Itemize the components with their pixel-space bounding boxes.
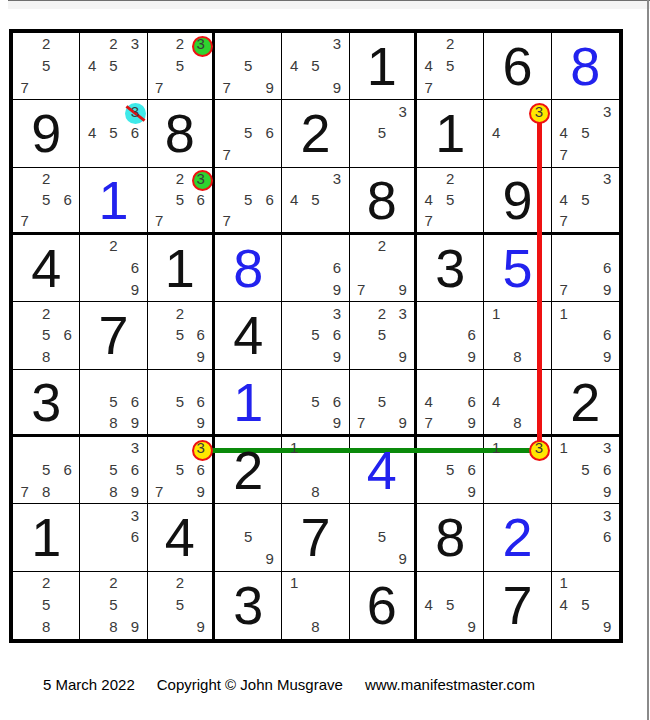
candidate-2: 2 bbox=[103, 572, 124, 594]
candidate-5: 5 bbox=[237, 122, 258, 144]
candidate-9: 9 bbox=[326, 77, 347, 99]
candidate-6: 6 bbox=[190, 189, 211, 210]
candidate-6: 6 bbox=[57, 459, 78, 481]
given-digit: 6 bbox=[350, 572, 414, 639]
candidate-1: 1 bbox=[553, 302, 575, 324]
cell-r1c2[interactable]: 2345 bbox=[80, 33, 147, 100]
candidate-5: 5 bbox=[237, 526, 258, 548]
candidate-6: 6 bbox=[596, 257, 618, 279]
given-digit: 8 bbox=[417, 504, 483, 570]
cell-r5c4[interactable]: 4 bbox=[215, 302, 282, 369]
candidate-9: 9 bbox=[461, 481, 482, 503]
candidate-3: 3 bbox=[528, 437, 549, 459]
cell-r7c4[interactable]: 2 bbox=[215, 437, 282, 504]
candidate-6: 6 bbox=[124, 391, 145, 412]
candidate-6: 6 bbox=[461, 324, 482, 346]
candidate-7: 7 bbox=[149, 210, 170, 231]
candidate-3: 3 bbox=[596, 168, 618, 189]
cell-r7c7[interactable]: 569 bbox=[417, 437, 484, 504]
candidate-5: 5 bbox=[439, 459, 460, 481]
cell-r6c3[interactable]: 569 bbox=[148, 370, 215, 437]
candidate-7: 7 bbox=[351, 279, 372, 301]
candidate-5: 5 bbox=[103, 391, 124, 412]
candidate-5: 5 bbox=[169, 391, 190, 412]
cell-r3c2[interactable]: 1 bbox=[80, 168, 147, 235]
candidate-grid: 35 bbox=[351, 100, 413, 165]
given-digit: 3 bbox=[417, 235, 483, 301]
candidate-1: 1 bbox=[485, 302, 506, 324]
candidate-7: 7 bbox=[553, 210, 575, 231]
candidate-grid: 3569 bbox=[283, 302, 347, 367]
candidate-7: 7 bbox=[216, 77, 237, 99]
candidate-grid: 2589 bbox=[81, 572, 145, 638]
candidate-3: 3 bbox=[124, 504, 145, 526]
candidate-4: 4 bbox=[553, 594, 575, 616]
candidate-8: 8 bbox=[103, 481, 124, 503]
candidate-5: 5 bbox=[574, 594, 596, 616]
candidate-7: 7 bbox=[149, 481, 170, 503]
candidate-7: 7 bbox=[553, 144, 575, 166]
candidate-grid: 2359 bbox=[351, 302, 413, 367]
candidate-grid: 2457 bbox=[418, 33, 482, 98]
candidate-2: 2 bbox=[169, 572, 190, 594]
candidate-5: 5 bbox=[103, 594, 124, 616]
cell-r9c3[interactable]: 259 bbox=[148, 572, 215, 639]
candidate-7: 7 bbox=[351, 412, 372, 433]
candidate-6: 6 bbox=[259, 122, 280, 144]
given-digit: 3 bbox=[215, 572, 281, 639]
candidate-3: 3 bbox=[596, 437, 618, 459]
cell-r7c8[interactable]: 13 bbox=[484, 437, 551, 504]
candidate-grid: 18 bbox=[485, 302, 549, 367]
cell-r1c6[interactable]: 1 bbox=[350, 33, 417, 100]
solved-digit: 8 bbox=[552, 33, 619, 99]
candidate-9: 9 bbox=[596, 279, 618, 301]
candidate-5: 5 bbox=[103, 459, 124, 481]
candidate-7: 7 bbox=[418, 77, 439, 99]
candidate-8: 8 bbox=[507, 412, 528, 433]
candidate-grid: 279 bbox=[351, 235, 413, 300]
candidate-grid: 2567 bbox=[14, 168, 78, 231]
candidate-8: 8 bbox=[103, 616, 124, 638]
candidate-grid: 258 bbox=[14, 572, 78, 638]
candidate-5: 5 bbox=[305, 189, 326, 210]
candidate-grid: 269 bbox=[81, 235, 145, 300]
candidate-1: 1 bbox=[553, 572, 575, 594]
candidate-9: 9 bbox=[392, 346, 413, 368]
footer-copyright: Copyright © John Musgrave bbox=[157, 676, 343, 693]
candidate-9: 9 bbox=[190, 481, 211, 503]
candidate-8: 8 bbox=[35, 346, 56, 368]
candidate-grid: 69 bbox=[283, 235, 347, 300]
candidate-5: 5 bbox=[103, 55, 124, 77]
candidate-6: 6 bbox=[326, 391, 347, 412]
cell-r2c1[interactable]: 9 bbox=[13, 100, 80, 167]
candidate-2: 2 bbox=[35, 572, 56, 594]
cell-r6c8[interactable]: 48 bbox=[484, 370, 551, 437]
given-digit: 4 bbox=[148, 504, 212, 570]
cell-r1c9[interactable]: 8 bbox=[552, 33, 619, 100]
candidate-7: 7 bbox=[14, 77, 35, 99]
candidate-grid: 34 bbox=[485, 100, 549, 165]
footer: 5 March 2022 Copyright © John Musgrave w… bbox=[43, 676, 535, 693]
cell-r4c6[interactable]: 279 bbox=[350, 235, 417, 302]
candidate-5: 5 bbox=[371, 526, 392, 548]
candidate-6: 6 bbox=[57, 324, 78, 346]
candidate-grid: 259 bbox=[149, 572, 211, 638]
cell-r3c3[interactable]: 23567 bbox=[148, 168, 215, 235]
candidate-3: 3 bbox=[528, 100, 549, 122]
candidate-2: 2 bbox=[35, 168, 56, 189]
cell-r6c9[interactable]: 2 bbox=[552, 370, 619, 437]
cell-r2c2[interactable]: 3456 bbox=[80, 100, 147, 167]
candidate-4: 4 bbox=[418, 594, 439, 616]
candidate-3: 3 bbox=[326, 168, 347, 189]
cell-r7c5[interactable]: 18 bbox=[282, 437, 349, 504]
cell-r1c7[interactable]: 2457 bbox=[417, 33, 484, 100]
candidate-grid: 36 bbox=[81, 504, 145, 569]
candidate-grid: 345 bbox=[283, 168, 347, 231]
given-digit: 7 bbox=[80, 302, 146, 368]
page-top-strip bbox=[8, 0, 650, 9]
given-digit: 2 bbox=[552, 370, 619, 434]
given-digit: 6 bbox=[484, 33, 550, 99]
candidate-6: 6 bbox=[461, 459, 482, 481]
cell-r4c5[interactable]: 69 bbox=[282, 235, 349, 302]
given-digit: 4 bbox=[215, 302, 281, 368]
candidate-1: 1 bbox=[283, 437, 304, 459]
solved-digit: 8 bbox=[215, 235, 281, 301]
given-digit: 2 bbox=[282, 100, 348, 166]
candidate-2: 2 bbox=[371, 235, 392, 257]
cell-r9c4[interactable]: 3 bbox=[215, 572, 282, 639]
candidate-4: 4 bbox=[81, 55, 102, 77]
cell-r4c9[interactable]: 679 bbox=[552, 235, 619, 302]
candidate-grid: 23567 bbox=[149, 168, 211, 231]
candidate-4: 4 bbox=[553, 189, 575, 210]
candidate-5: 5 bbox=[169, 55, 190, 77]
given-digit: 8 bbox=[148, 100, 212, 166]
cell-r5c7[interactable]: 69 bbox=[417, 302, 484, 369]
candidate-grid: 2457 bbox=[418, 168, 482, 231]
candidate-grid: 579 bbox=[216, 33, 280, 98]
cell-r2c4[interactable]: 567 bbox=[215, 100, 282, 167]
candidate-3: 3 bbox=[392, 100, 413, 122]
candidate-9: 9 bbox=[124, 481, 145, 503]
footer-date: 5 March 2022 bbox=[43, 676, 135, 693]
candidate-grid: 567 bbox=[216, 100, 280, 165]
cell-r8c1[interactable]: 1 bbox=[13, 504, 80, 571]
solved-digit: 1 bbox=[80, 168, 146, 232]
candidate-2: 2 bbox=[439, 168, 460, 189]
given-digit: 9 bbox=[484, 168, 550, 232]
candidate-5: 5 bbox=[35, 189, 56, 210]
candidate-grid: 3457 bbox=[553, 168, 618, 231]
candidate-8: 8 bbox=[103, 412, 124, 433]
candidate-1: 1 bbox=[485, 437, 506, 459]
candidate-3: 3 bbox=[190, 437, 211, 459]
cell-r5c9[interactable]: 169 bbox=[552, 302, 619, 369]
cell-r8c6[interactable]: 59 bbox=[350, 504, 417, 571]
candidate-9: 9 bbox=[596, 616, 618, 638]
cell-r1c3[interactable]: 2357 bbox=[148, 33, 215, 100]
candidate-3: 3 bbox=[124, 100, 145, 122]
candidate-6: 6 bbox=[57, 189, 78, 210]
cell-r2c5[interactable]: 2 bbox=[282, 100, 349, 167]
candidate-5: 5 bbox=[371, 122, 392, 144]
candidate-3: 3 bbox=[190, 168, 211, 189]
candidate-9: 9 bbox=[596, 346, 618, 368]
candidate-4: 4 bbox=[418, 391, 439, 412]
candidate-9: 9 bbox=[190, 412, 211, 433]
candidate-grid: 3456 bbox=[81, 100, 145, 165]
cell-r6c1[interactable]: 3 bbox=[13, 370, 80, 437]
candidate-grid: 69 bbox=[418, 302, 482, 367]
cell-r6c5[interactable]: 569 bbox=[282, 370, 349, 437]
candidate-2: 2 bbox=[169, 168, 190, 189]
cell-r5c8[interactable]: 18 bbox=[484, 302, 551, 369]
candidate-grid: 169 bbox=[553, 302, 618, 367]
cell-r3c9[interactable]: 3457 bbox=[552, 168, 619, 235]
candidate-6: 6 bbox=[124, 257, 145, 279]
cell-r7c1[interactable]: 5678 bbox=[13, 437, 80, 504]
candidate-6: 6 bbox=[596, 324, 618, 346]
candidate-5: 5 bbox=[305, 391, 326, 412]
cell-r6c7[interactable]: 4679 bbox=[417, 370, 484, 437]
cell-r2c6[interactable]: 35 bbox=[350, 100, 417, 167]
cell-r4c2[interactable]: 269 bbox=[80, 235, 147, 302]
candidate-5: 5 bbox=[371, 391, 392, 412]
candidate-6: 6 bbox=[259, 189, 280, 210]
candidate-9: 9 bbox=[326, 279, 347, 301]
given-digit: 7 bbox=[484, 572, 550, 639]
candidate-5: 5 bbox=[574, 459, 596, 481]
cell-r1c5[interactable]: 3459 bbox=[282, 33, 349, 100]
candidate-grid: 13 bbox=[485, 437, 549, 502]
cell-r9c9[interactable]: 1459 bbox=[552, 572, 619, 639]
cell-r4c3[interactable]: 1 bbox=[148, 235, 215, 302]
candidate-grid: 36 bbox=[553, 504, 618, 569]
cell-r7c6[interactable]: 4 bbox=[350, 437, 417, 504]
candidate-grid: 4679 bbox=[418, 370, 482, 433]
candidate-2: 2 bbox=[169, 302, 190, 324]
candidate-grid: 2568 bbox=[14, 302, 78, 367]
candidate-9: 9 bbox=[259, 77, 280, 99]
candidate-2: 2 bbox=[439, 33, 460, 55]
cell-r9c2[interactable]: 2589 bbox=[80, 572, 147, 639]
candidate-9: 9 bbox=[461, 616, 482, 638]
candidate-2: 2 bbox=[169, 33, 190, 55]
candidate-3: 3 bbox=[124, 33, 145, 55]
given-digit: 3 bbox=[13, 370, 79, 434]
cell-r2c9[interactable]: 3457 bbox=[552, 100, 619, 167]
cell-r5c1[interactable]: 2568 bbox=[13, 302, 80, 369]
cell-r7c3[interactable]: 35679 bbox=[148, 437, 215, 504]
cell-r8c9[interactable]: 36 bbox=[552, 504, 619, 571]
cell-r8c5[interactable]: 7 bbox=[282, 504, 349, 571]
candidate-grid: 2569 bbox=[149, 302, 211, 367]
candidate-4: 4 bbox=[485, 391, 506, 412]
given-digit: 1 bbox=[417, 100, 483, 166]
candidate-1: 1 bbox=[283, 572, 304, 594]
candidate-grid: 59 bbox=[216, 504, 280, 569]
candidate-5: 5 bbox=[305, 324, 326, 346]
candidate-5: 5 bbox=[103, 122, 124, 144]
candidate-7: 7 bbox=[14, 481, 35, 503]
cell-r6c4[interactable]: 1 bbox=[215, 370, 282, 437]
candidate-grid: 569 bbox=[418, 437, 482, 502]
candidate-grid: 1459 bbox=[553, 572, 618, 638]
cell-r1c8[interactable]: 6 bbox=[484, 33, 551, 100]
candidate-grid: 3457 bbox=[553, 100, 618, 165]
cell-r3c1[interactable]: 2567 bbox=[13, 168, 80, 235]
footer-website[interactable]: www.manifestmaster.com bbox=[365, 676, 535, 693]
solved-digit: 2 bbox=[484, 504, 550, 570]
candidate-5: 5 bbox=[169, 189, 190, 210]
candidate-grid: 18 bbox=[283, 572, 347, 638]
candidate-9: 9 bbox=[392, 279, 413, 301]
candidate-9: 9 bbox=[190, 346, 211, 368]
candidate-6: 6 bbox=[596, 459, 618, 481]
cell-r8c2[interactable]: 36 bbox=[80, 504, 147, 571]
given-digit: 8 bbox=[350, 168, 414, 232]
candidate-8: 8 bbox=[305, 481, 326, 503]
cell-r8c4[interactable]: 59 bbox=[215, 504, 282, 571]
candidate-8: 8 bbox=[305, 616, 326, 638]
candidate-grid: 35689 bbox=[81, 437, 145, 502]
cell-r9c7[interactable]: 459 bbox=[417, 572, 484, 639]
cell-r6c2[interactable]: 5689 bbox=[80, 370, 147, 437]
given-digit: 2 bbox=[215, 437, 281, 503]
cell-r1c1[interactable]: 257 bbox=[13, 33, 80, 100]
solved-digit: 5 bbox=[484, 235, 550, 301]
candidate-5: 5 bbox=[35, 324, 56, 346]
cell-r2c7[interactable]: 1 bbox=[417, 100, 484, 167]
candidate-9: 9 bbox=[124, 412, 145, 433]
candidate-7: 7 bbox=[216, 144, 237, 166]
candidate-6: 6 bbox=[190, 324, 211, 346]
candidate-grid: 569 bbox=[149, 370, 211, 433]
cell-r3c5[interactable]: 345 bbox=[282, 168, 349, 235]
candidate-6: 6 bbox=[596, 526, 618, 548]
candidate-grid: 5678 bbox=[14, 437, 78, 502]
candidate-9: 9 bbox=[326, 412, 347, 433]
cell-r9c5[interactable]: 18 bbox=[282, 572, 349, 639]
candidate-grid: 257 bbox=[14, 33, 78, 98]
candidate-grid: 59 bbox=[351, 504, 413, 569]
candidate-3: 3 bbox=[190, 33, 211, 55]
solved-digit: 4 bbox=[350, 437, 414, 503]
candidate-4: 4 bbox=[418, 55, 439, 77]
candidate-8: 8 bbox=[35, 481, 56, 503]
cell-r2c8[interactable]: 34 bbox=[484, 100, 551, 167]
candidate-9: 9 bbox=[596, 481, 618, 503]
candidate-grid: 13569 bbox=[553, 437, 618, 502]
cell-r2c3[interactable]: 8 bbox=[148, 100, 215, 167]
cell-r9c1[interactable]: 258 bbox=[13, 572, 80, 639]
candidate-7: 7 bbox=[418, 210, 439, 231]
candidate-5: 5 bbox=[237, 55, 258, 77]
cell-r3c7[interactable]: 2457 bbox=[417, 168, 484, 235]
candidate-5: 5 bbox=[439, 55, 460, 77]
candidate-8: 8 bbox=[35, 616, 56, 638]
cell-r4c1[interactable]: 4 bbox=[13, 235, 80, 302]
candidate-6: 6 bbox=[190, 391, 211, 412]
cell-r5c2[interactable]: 7 bbox=[80, 302, 147, 369]
candidate-9: 9 bbox=[392, 548, 413, 570]
given-digit: 1 bbox=[148, 235, 212, 301]
candidate-6: 6 bbox=[326, 324, 347, 346]
cell-r9c6[interactable]: 6 bbox=[350, 572, 417, 639]
candidate-grid: 2345 bbox=[81, 33, 145, 98]
candidate-7: 7 bbox=[418, 412, 439, 433]
candidate-2: 2 bbox=[371, 302, 392, 324]
cell-r4c4[interactable]: 8 bbox=[215, 235, 282, 302]
cell-r8c3[interactable]: 4 bbox=[148, 504, 215, 571]
candidate-5: 5 bbox=[574, 122, 596, 144]
cell-r8c7[interactable]: 8 bbox=[417, 504, 484, 571]
cell-r1c4[interactable]: 579 bbox=[215, 33, 282, 100]
candidate-9: 9 bbox=[461, 346, 482, 368]
candidate-4: 4 bbox=[283, 55, 304, 77]
candidate-grid: 2357 bbox=[149, 33, 211, 98]
candidate-9: 9 bbox=[392, 412, 413, 433]
candidate-5: 5 bbox=[169, 324, 190, 346]
candidate-6: 6 bbox=[124, 122, 145, 144]
candidate-9: 9 bbox=[259, 548, 280, 570]
cell-r4c7[interactable]: 3 bbox=[417, 235, 484, 302]
candidate-6: 6 bbox=[326, 257, 347, 279]
candidate-2: 2 bbox=[35, 302, 56, 324]
candidate-7: 7 bbox=[216, 210, 237, 231]
candidate-5: 5 bbox=[439, 594, 460, 616]
candidate-5: 5 bbox=[35, 55, 56, 77]
cell-r8c8[interactable]: 2 bbox=[484, 504, 551, 571]
candidate-4: 4 bbox=[553, 122, 575, 144]
cell-r3c6[interactable]: 8 bbox=[350, 168, 417, 235]
candidate-7: 7 bbox=[149, 77, 170, 99]
cell-r5c5[interactable]: 3569 bbox=[282, 302, 349, 369]
candidate-grid: 18 bbox=[283, 437, 347, 502]
cell-r4c8[interactable]: 5 bbox=[484, 235, 551, 302]
candidate-3: 3 bbox=[124, 437, 145, 459]
candidate-grid: 459 bbox=[418, 572, 482, 638]
solved-digit: 1 bbox=[215, 370, 281, 434]
candidate-6: 6 bbox=[124, 526, 145, 548]
candidate-5: 5 bbox=[574, 189, 596, 210]
candidate-2: 2 bbox=[35, 33, 56, 55]
candidate-3: 3 bbox=[596, 504, 618, 526]
candidate-grid: 35679 bbox=[149, 437, 211, 502]
cell-r9c8[interactable]: 7 bbox=[484, 572, 551, 639]
candidate-6: 6 bbox=[190, 459, 211, 481]
cell-r3c8[interactable]: 9 bbox=[484, 168, 551, 235]
cell-r7c9[interactable]: 13569 bbox=[552, 437, 619, 504]
candidate-2: 2 bbox=[103, 33, 124, 55]
cell-r7c2[interactable]: 35689 bbox=[80, 437, 147, 504]
cell-r6c6[interactable]: 579 bbox=[350, 370, 417, 437]
candidate-grid: 5689 bbox=[81, 370, 145, 433]
candidate-4: 4 bbox=[418, 189, 439, 210]
cell-r5c6[interactable]: 2359 bbox=[350, 302, 417, 369]
cell-r5c3[interactable]: 2569 bbox=[148, 302, 215, 369]
candidate-5: 5 bbox=[305, 55, 326, 77]
candidate-4: 4 bbox=[485, 122, 506, 144]
candidate-5: 5 bbox=[169, 594, 190, 616]
cell-r3c4[interactable]: 567 bbox=[215, 168, 282, 235]
given-digit: 9 bbox=[13, 100, 79, 166]
candidate-grid: 567 bbox=[216, 168, 280, 231]
